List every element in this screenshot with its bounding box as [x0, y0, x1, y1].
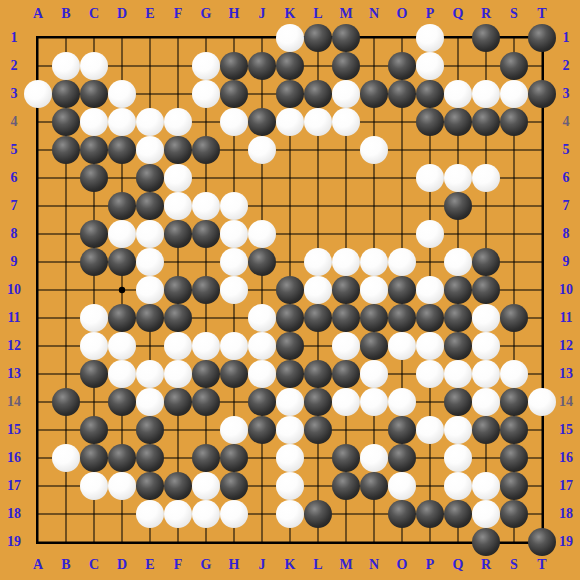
- intersection-G13[interactable]: [192, 360, 220, 388]
- intersection-H13[interactable]: [220, 360, 248, 388]
- intersection-H11[interactable]: [220, 304, 248, 332]
- intersection-L4[interactable]: [304, 108, 332, 136]
- intersection-K15[interactable]: [276, 416, 304, 444]
- intersection-E19[interactable]: [136, 528, 164, 556]
- intersection-N6[interactable]: [360, 164, 388, 192]
- intersection-G18[interactable]: [192, 500, 220, 528]
- intersection-Q19[interactable]: [444, 528, 472, 556]
- intersection-Q14[interactable]: [444, 388, 472, 416]
- intersection-D13[interactable]: [108, 360, 136, 388]
- intersection-P8[interactable]: [416, 220, 444, 248]
- intersection-A19[interactable]: [24, 528, 52, 556]
- intersection-T7[interactable]: [528, 192, 556, 220]
- intersection-L2[interactable]: [304, 52, 332, 80]
- intersection-J15[interactable]: [248, 416, 276, 444]
- intersection-S3[interactable]: [500, 80, 528, 108]
- intersection-G8[interactable]: [192, 220, 220, 248]
- intersection-P17[interactable]: [416, 472, 444, 500]
- intersection-G11[interactable]: [192, 304, 220, 332]
- intersection-C10[interactable]: [80, 276, 108, 304]
- intersection-A1[interactable]: [24, 24, 52, 52]
- intersection-S2[interactable]: [500, 52, 528, 80]
- intersection-C4[interactable]: [80, 108, 108, 136]
- intersection-K4[interactable]: [276, 108, 304, 136]
- intersection-R11[interactable]: [472, 304, 500, 332]
- intersection-T11[interactable]: [528, 304, 556, 332]
- intersection-R7[interactable]: [472, 192, 500, 220]
- intersection-G4[interactable]: [192, 108, 220, 136]
- intersection-E11[interactable]: [136, 304, 164, 332]
- intersection-C14[interactable]: [80, 388, 108, 416]
- intersection-E12[interactable]: [136, 332, 164, 360]
- intersection-E7[interactable]: [136, 192, 164, 220]
- intersection-G9[interactable]: [192, 248, 220, 276]
- intersection-C19[interactable]: [80, 528, 108, 556]
- intersection-O17[interactable]: [388, 472, 416, 500]
- intersection-L5[interactable]: [304, 136, 332, 164]
- intersection-M18[interactable]: [332, 500, 360, 528]
- intersection-M17[interactable]: [332, 472, 360, 500]
- intersection-K16[interactable]: [276, 444, 304, 472]
- intersection-R19[interactable]: [472, 528, 500, 556]
- intersection-H15[interactable]: [220, 416, 248, 444]
- intersection-S14[interactable]: [500, 388, 528, 416]
- intersection-Q9[interactable]: [444, 248, 472, 276]
- intersection-K3[interactable]: [276, 80, 304, 108]
- intersection-R9[interactable]: [472, 248, 500, 276]
- intersection-E1[interactable]: [136, 24, 164, 52]
- intersection-N13[interactable]: [360, 360, 388, 388]
- intersection-O9[interactable]: [388, 248, 416, 276]
- intersection-A17[interactable]: [24, 472, 52, 500]
- intersection-J14[interactable]: [248, 388, 276, 416]
- intersection-T9[interactable]: [528, 248, 556, 276]
- intersection-N18[interactable]: [360, 500, 388, 528]
- intersection-F17[interactable]: [164, 472, 192, 500]
- intersection-B3[interactable]: [52, 80, 80, 108]
- intersection-S15[interactable]: [500, 416, 528, 444]
- intersection-O14[interactable]: [388, 388, 416, 416]
- intersection-E3[interactable]: [136, 80, 164, 108]
- intersection-M19[interactable]: [332, 528, 360, 556]
- intersection-S18[interactable]: [500, 500, 528, 528]
- intersection-K9[interactable]: [276, 248, 304, 276]
- intersection-Q15[interactable]: [444, 416, 472, 444]
- intersection-R17[interactable]: [472, 472, 500, 500]
- intersection-H8[interactable]: [220, 220, 248, 248]
- intersection-P16[interactable]: [416, 444, 444, 472]
- intersection-E8[interactable]: [136, 220, 164, 248]
- intersection-M16[interactable]: [332, 444, 360, 472]
- intersection-J2[interactable]: [248, 52, 276, 80]
- intersection-R1[interactable]: [472, 24, 500, 52]
- intersection-H6[interactable]: [220, 164, 248, 192]
- intersection-A6[interactable]: [24, 164, 52, 192]
- intersection-S9[interactable]: [500, 248, 528, 276]
- intersection-D12[interactable]: [108, 332, 136, 360]
- intersection-S6[interactable]: [500, 164, 528, 192]
- intersection-P10[interactable]: [416, 276, 444, 304]
- intersection-A11[interactable]: [24, 304, 52, 332]
- intersection-J11[interactable]: [248, 304, 276, 332]
- intersection-J6[interactable]: [248, 164, 276, 192]
- intersection-F10[interactable]: [164, 276, 192, 304]
- intersection-P6[interactable]: [416, 164, 444, 192]
- intersection-K1[interactable]: [276, 24, 304, 52]
- intersection-D10[interactable]: [108, 276, 136, 304]
- intersection-H1[interactable]: [220, 24, 248, 52]
- intersection-B8[interactable]: [52, 220, 80, 248]
- intersection-F2[interactable]: [164, 52, 192, 80]
- intersection-R13[interactable]: [472, 360, 500, 388]
- intersection-M4[interactable]: [332, 108, 360, 136]
- intersection-A8[interactable]: [24, 220, 52, 248]
- intersection-E14[interactable]: [136, 388, 164, 416]
- intersection-C3[interactable]: [80, 80, 108, 108]
- intersection-P12[interactable]: [416, 332, 444, 360]
- intersection-C6[interactable]: [80, 164, 108, 192]
- intersection-B9[interactable]: [52, 248, 80, 276]
- intersection-N19[interactable]: [360, 528, 388, 556]
- intersection-L11[interactable]: [304, 304, 332, 332]
- intersection-M1[interactable]: [332, 24, 360, 52]
- intersection-N4[interactable]: [360, 108, 388, 136]
- intersection-M2[interactable]: [332, 52, 360, 80]
- intersection-T17[interactable]: [528, 472, 556, 500]
- intersection-T15[interactable]: [528, 416, 556, 444]
- intersection-C1[interactable]: [80, 24, 108, 52]
- intersection-J3[interactable]: [248, 80, 276, 108]
- intersection-A16[interactable]: [24, 444, 52, 472]
- intersection-T12[interactable]: [528, 332, 556, 360]
- intersection-N16[interactable]: [360, 444, 388, 472]
- intersection-G16[interactable]: [192, 444, 220, 472]
- intersection-D19[interactable]: [108, 528, 136, 556]
- intersection-R15[interactable]: [472, 416, 500, 444]
- intersection-K6[interactable]: [276, 164, 304, 192]
- intersection-N11[interactable]: [360, 304, 388, 332]
- intersection-F19[interactable]: [164, 528, 192, 556]
- intersection-N15[interactable]: [360, 416, 388, 444]
- intersection-D11[interactable]: [108, 304, 136, 332]
- intersection-Q18[interactable]: [444, 500, 472, 528]
- intersection-F11[interactable]: [164, 304, 192, 332]
- intersection-L10[interactable]: [304, 276, 332, 304]
- intersection-E16[interactable]: [136, 444, 164, 472]
- intersection-M8[interactable]: [332, 220, 360, 248]
- intersection-D5[interactable]: [108, 136, 136, 164]
- intersection-D9[interactable]: [108, 248, 136, 276]
- intersection-L8[interactable]: [304, 220, 332, 248]
- intersection-R6[interactable]: [472, 164, 500, 192]
- intersection-G7[interactable]: [192, 192, 220, 220]
- intersection-B19[interactable]: [52, 528, 80, 556]
- intersection-O1[interactable]: [388, 24, 416, 52]
- intersection-J19[interactable]: [248, 528, 276, 556]
- intersection-S12[interactable]: [500, 332, 528, 360]
- intersection-C9[interactable]: [80, 248, 108, 276]
- intersection-L13[interactable]: [304, 360, 332, 388]
- intersection-H19[interactable]: [220, 528, 248, 556]
- intersection-Q1[interactable]: [444, 24, 472, 52]
- intersection-C13[interactable]: [80, 360, 108, 388]
- intersection-K8[interactable]: [276, 220, 304, 248]
- intersection-T4[interactable]: [528, 108, 556, 136]
- intersection-O12[interactable]: [388, 332, 416, 360]
- intersection-G2[interactable]: [192, 52, 220, 80]
- intersection-B10[interactable]: [52, 276, 80, 304]
- intersection-Q10[interactable]: [444, 276, 472, 304]
- intersection-D4[interactable]: [108, 108, 136, 136]
- intersection-S17[interactable]: [500, 472, 528, 500]
- intersection-K7[interactable]: [276, 192, 304, 220]
- intersection-H5[interactable]: [220, 136, 248, 164]
- intersection-J16[interactable]: [248, 444, 276, 472]
- intersection-B1[interactable]: [52, 24, 80, 52]
- intersection-G5[interactable]: [192, 136, 220, 164]
- intersection-G14[interactable]: [192, 388, 220, 416]
- intersection-R18[interactable]: [472, 500, 500, 528]
- intersection-S19[interactable]: [500, 528, 528, 556]
- intersection-K19[interactable]: [276, 528, 304, 556]
- intersection-T6[interactable]: [528, 164, 556, 192]
- intersection-K2[interactable]: [276, 52, 304, 80]
- intersection-K5[interactable]: [276, 136, 304, 164]
- intersection-E17[interactable]: [136, 472, 164, 500]
- intersection-H18[interactable]: [220, 500, 248, 528]
- intersection-P1[interactable]: [416, 24, 444, 52]
- intersection-M9[interactable]: [332, 248, 360, 276]
- intersection-N5[interactable]: [360, 136, 388, 164]
- intersection-O15[interactable]: [388, 416, 416, 444]
- intersection-G12[interactable]: [192, 332, 220, 360]
- intersection-F3[interactable]: [164, 80, 192, 108]
- intersection-O4[interactable]: [388, 108, 416, 136]
- intersection-N3[interactable]: [360, 80, 388, 108]
- intersection-M11[interactable]: [332, 304, 360, 332]
- intersection-Q4[interactable]: [444, 108, 472, 136]
- intersection-A9[interactable]: [24, 248, 52, 276]
- intersection-E10[interactable]: [136, 276, 164, 304]
- intersection-N17[interactable]: [360, 472, 388, 500]
- intersection-P14[interactable]: [416, 388, 444, 416]
- intersection-R8[interactable]: [472, 220, 500, 248]
- intersection-O19[interactable]: [388, 528, 416, 556]
- intersection-C11[interactable]: [80, 304, 108, 332]
- intersection-L15[interactable]: [304, 416, 332, 444]
- intersection-D15[interactable]: [108, 416, 136, 444]
- intersection-A4[interactable]: [24, 108, 52, 136]
- intersection-G1[interactable]: [192, 24, 220, 52]
- intersection-C17[interactable]: [80, 472, 108, 500]
- intersection-E2[interactable]: [136, 52, 164, 80]
- intersection-N10[interactable]: [360, 276, 388, 304]
- intersection-D2[interactable]: [108, 52, 136, 80]
- intersection-R3[interactable]: [472, 80, 500, 108]
- intersection-F14[interactable]: [164, 388, 192, 416]
- intersection-O7[interactable]: [388, 192, 416, 220]
- intersection-B15[interactable]: [52, 416, 80, 444]
- intersection-R16[interactable]: [472, 444, 500, 472]
- intersection-L6[interactable]: [304, 164, 332, 192]
- intersection-R12[interactable]: [472, 332, 500, 360]
- intersection-O18[interactable]: [388, 500, 416, 528]
- intersection-S8[interactable]: [500, 220, 528, 248]
- intersection-G17[interactable]: [192, 472, 220, 500]
- intersection-P15[interactable]: [416, 416, 444, 444]
- intersection-A15[interactable]: [24, 416, 52, 444]
- intersection-K17[interactable]: [276, 472, 304, 500]
- intersection-T16[interactable]: [528, 444, 556, 472]
- intersection-L17[interactable]: [304, 472, 332, 500]
- intersection-F9[interactable]: [164, 248, 192, 276]
- intersection-F5[interactable]: [164, 136, 192, 164]
- intersection-B18[interactable]: [52, 500, 80, 528]
- intersection-P11[interactable]: [416, 304, 444, 332]
- intersection-L16[interactable]: [304, 444, 332, 472]
- intersection-S5[interactable]: [500, 136, 528, 164]
- intersection-B12[interactable]: [52, 332, 80, 360]
- intersection-H17[interactable]: [220, 472, 248, 500]
- intersection-J7[interactable]: [248, 192, 276, 220]
- intersection-E13[interactable]: [136, 360, 164, 388]
- intersection-S16[interactable]: [500, 444, 528, 472]
- intersection-E15[interactable]: [136, 416, 164, 444]
- intersection-A13[interactable]: [24, 360, 52, 388]
- intersection-T2[interactable]: [528, 52, 556, 80]
- intersection-L3[interactable]: [304, 80, 332, 108]
- intersection-R4[interactable]: [472, 108, 500, 136]
- intersection-M7[interactable]: [332, 192, 360, 220]
- intersection-P13[interactable]: [416, 360, 444, 388]
- intersection-N1[interactable]: [360, 24, 388, 52]
- intersection-M10[interactable]: [332, 276, 360, 304]
- intersection-L1[interactable]: [304, 24, 332, 52]
- intersection-Q7[interactable]: [444, 192, 472, 220]
- intersection-L19[interactable]: [304, 528, 332, 556]
- intersection-R10[interactable]: [472, 276, 500, 304]
- intersection-O6[interactable]: [388, 164, 416, 192]
- intersection-H3[interactable]: [220, 80, 248, 108]
- intersection-D3[interactable]: [108, 80, 136, 108]
- intersection-T8[interactable]: [528, 220, 556, 248]
- intersection-H12[interactable]: [220, 332, 248, 360]
- intersection-T14[interactable]: [528, 388, 556, 416]
- intersection-M12[interactable]: [332, 332, 360, 360]
- intersection-A5[interactable]: [24, 136, 52, 164]
- intersection-P3[interactable]: [416, 80, 444, 108]
- intersection-R14[interactable]: [472, 388, 500, 416]
- intersection-R2[interactable]: [472, 52, 500, 80]
- intersection-H4[interactable]: [220, 108, 248, 136]
- intersection-Q16[interactable]: [444, 444, 472, 472]
- intersection-O8[interactable]: [388, 220, 416, 248]
- intersection-G15[interactable]: [192, 416, 220, 444]
- intersection-S13[interactable]: [500, 360, 528, 388]
- intersection-H7[interactable]: [220, 192, 248, 220]
- intersection-Q3[interactable]: [444, 80, 472, 108]
- intersection-F8[interactable]: [164, 220, 192, 248]
- intersection-A18[interactable]: [24, 500, 52, 528]
- intersection-O2[interactable]: [388, 52, 416, 80]
- intersection-A10[interactable]: [24, 276, 52, 304]
- intersection-F1[interactable]: [164, 24, 192, 52]
- intersection-J4[interactable]: [248, 108, 276, 136]
- intersection-O10[interactable]: [388, 276, 416, 304]
- intersection-J9[interactable]: [248, 248, 276, 276]
- intersection-D6[interactable]: [108, 164, 136, 192]
- intersection-N7[interactable]: [360, 192, 388, 220]
- intersection-C18[interactable]: [80, 500, 108, 528]
- intersection-J18[interactable]: [248, 500, 276, 528]
- intersection-F13[interactable]: [164, 360, 192, 388]
- intersection-L14[interactable]: [304, 388, 332, 416]
- intersection-D17[interactable]: [108, 472, 136, 500]
- intersection-O13[interactable]: [388, 360, 416, 388]
- intersection-B17[interactable]: [52, 472, 80, 500]
- intersection-G10[interactable]: [192, 276, 220, 304]
- intersection-S7[interactable]: [500, 192, 528, 220]
- intersection-C7[interactable]: [80, 192, 108, 220]
- intersection-T5[interactable]: [528, 136, 556, 164]
- intersection-C8[interactable]: [80, 220, 108, 248]
- intersection-F18[interactable]: [164, 500, 192, 528]
- intersection-P2[interactable]: [416, 52, 444, 80]
- intersection-K13[interactable]: [276, 360, 304, 388]
- intersection-F7[interactable]: [164, 192, 192, 220]
- intersection-N12[interactable]: [360, 332, 388, 360]
- intersection-N14[interactable]: [360, 388, 388, 416]
- intersection-T13[interactable]: [528, 360, 556, 388]
- intersection-K18[interactable]: [276, 500, 304, 528]
- intersection-H9[interactable]: [220, 248, 248, 276]
- intersection-F4[interactable]: [164, 108, 192, 136]
- intersection-T19[interactable]: [528, 528, 556, 556]
- intersection-O11[interactable]: [388, 304, 416, 332]
- intersection-O5[interactable]: [388, 136, 416, 164]
- intersection-M14[interactable]: [332, 388, 360, 416]
- intersection-B11[interactable]: [52, 304, 80, 332]
- intersection-B7[interactable]: [52, 192, 80, 220]
- intersection-P18[interactable]: [416, 500, 444, 528]
- intersection-B2[interactable]: [52, 52, 80, 80]
- intersection-Q13[interactable]: [444, 360, 472, 388]
- intersection-B5[interactable]: [52, 136, 80, 164]
- intersection-G3[interactable]: [192, 80, 220, 108]
- intersection-P19[interactable]: [416, 528, 444, 556]
- intersection-A7[interactable]: [24, 192, 52, 220]
- intersection-M5[interactable]: [332, 136, 360, 164]
- intersection-H10[interactable]: [220, 276, 248, 304]
- intersection-J8[interactable]: [248, 220, 276, 248]
- intersection-Q12[interactable]: [444, 332, 472, 360]
- intersection-K10[interactable]: [276, 276, 304, 304]
- intersection-P9[interactable]: [416, 248, 444, 276]
- intersection-Q5[interactable]: [444, 136, 472, 164]
- intersection-M6[interactable]: [332, 164, 360, 192]
- intersection-J12[interactable]: [248, 332, 276, 360]
- intersection-R5[interactable]: [472, 136, 500, 164]
- intersection-T10[interactable]: [528, 276, 556, 304]
- intersection-P7[interactable]: [416, 192, 444, 220]
- intersection-D1[interactable]: [108, 24, 136, 52]
- intersection-A12[interactable]: [24, 332, 52, 360]
- intersection-H2[interactable]: [220, 52, 248, 80]
- intersection-H16[interactable]: [220, 444, 248, 472]
- intersection-K12[interactable]: [276, 332, 304, 360]
- intersection-P4[interactable]: [416, 108, 444, 136]
- intersection-D7[interactable]: [108, 192, 136, 220]
